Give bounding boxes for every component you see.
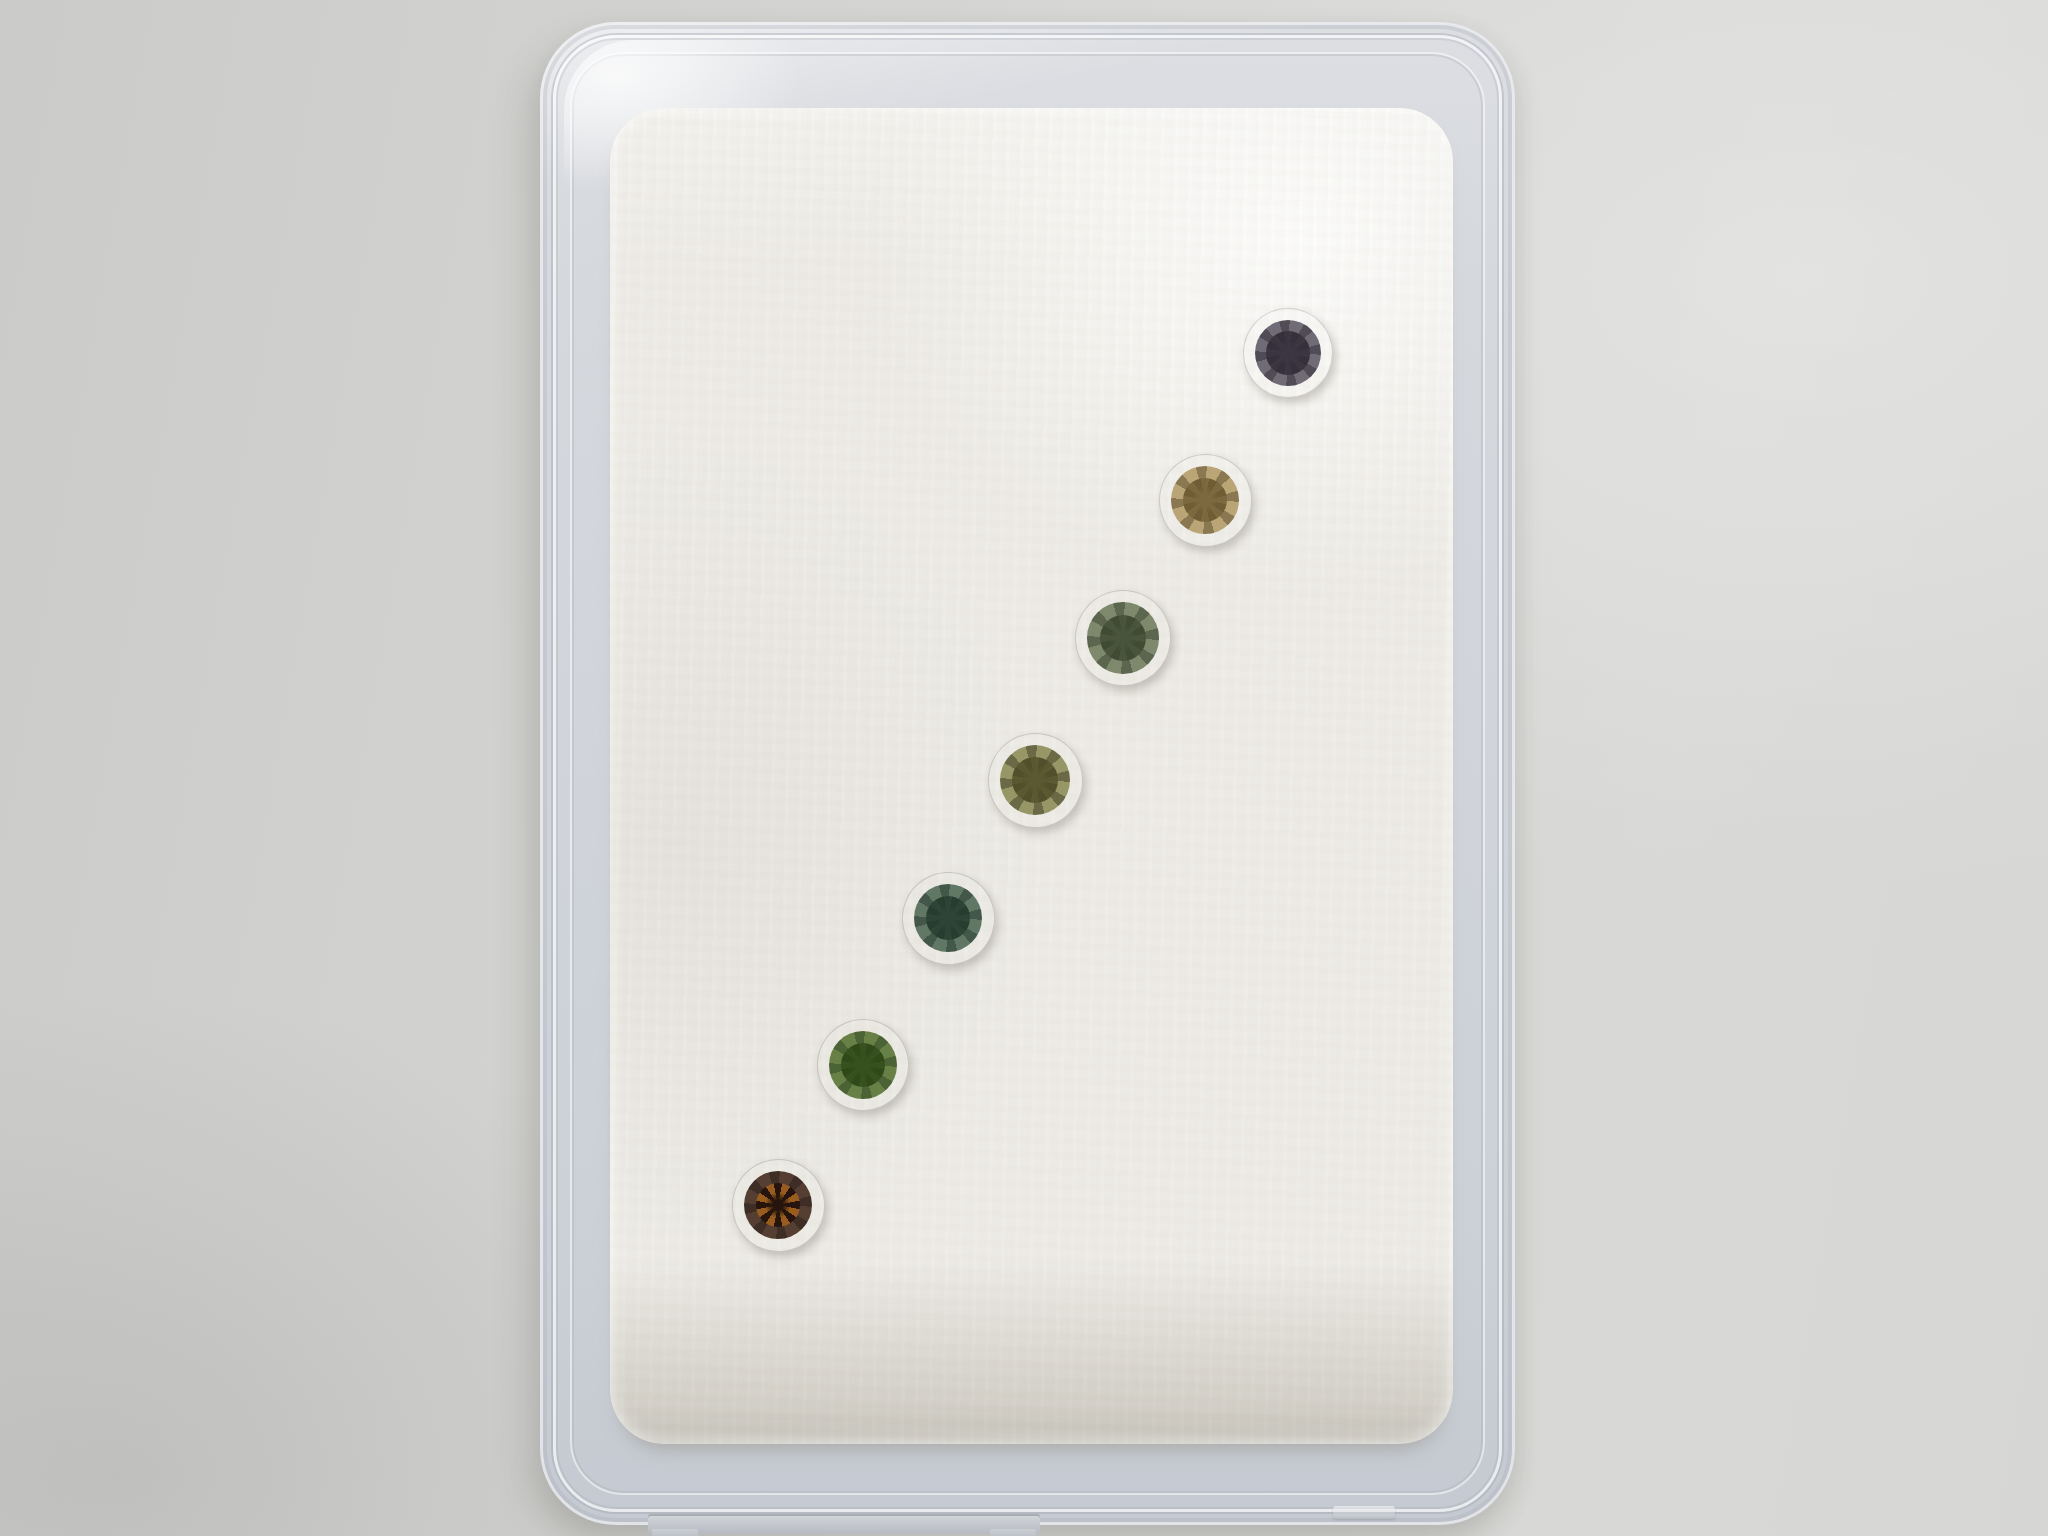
gems-layer [0,0,2048,1536]
photo-scene [0,0,2048,1536]
gem-5-deep-teal-green [902,872,995,965]
gem-3-sage-green [1075,590,1171,686]
gem-1-grayish-violet [1243,308,1333,398]
gem-7-dark-reddish-brown [732,1159,825,1252]
gem-2-champagne-yellow [1159,454,1252,547]
gem-6-forest-green [817,1019,909,1111]
gem-4-olive-green [988,733,1083,828]
